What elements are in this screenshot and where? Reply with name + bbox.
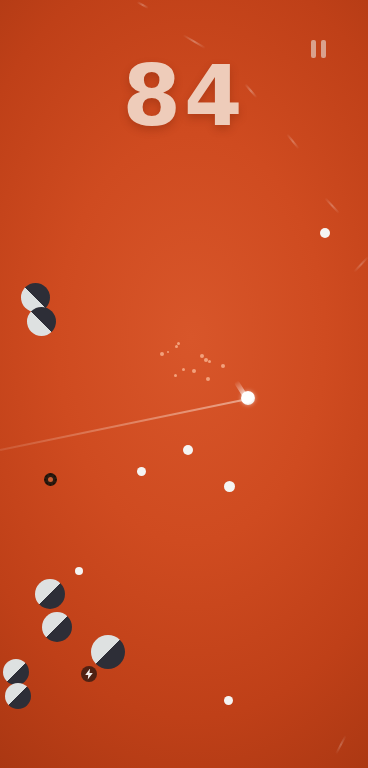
debris-particle <box>182 368 185 371</box>
debris-particle <box>174 374 177 377</box>
debris-particle <box>200 354 204 358</box>
collectible-dot <box>224 696 233 705</box>
half-tone-ball-obstacle <box>91 635 125 669</box>
gear-hub <box>48 477 53 482</box>
player-ball <box>241 391 255 405</box>
debris-particle <box>160 352 164 356</box>
collectible-dot <box>183 445 193 455</box>
pause-bar-left <box>311 40 316 58</box>
debris-particle <box>192 369 196 373</box>
debris-particle <box>208 360 211 363</box>
pause-button[interactable] <box>311 40 326 58</box>
aim-line <box>0 398 248 450</box>
half-tone-ball-obstacle <box>42 612 72 642</box>
debris-particle <box>206 377 210 381</box>
pause-bar-right <box>321 40 326 58</box>
collectible-dot <box>224 481 235 492</box>
meteor-streak <box>353 256 368 272</box>
half-tone-ball-obstacle <box>27 307 56 336</box>
meteor-streak <box>335 735 347 755</box>
half-tone-ball-obstacle <box>5 683 31 709</box>
meteor-streak <box>324 197 339 213</box>
debris-particle <box>175 345 178 348</box>
half-tone-ball-obstacle <box>3 659 29 685</box>
debris-particle <box>177 342 180 345</box>
meteor-streak <box>137 1 149 9</box>
collectible-dot <box>75 567 83 575</box>
lightning-bolt-icon <box>85 669 94 680</box>
debris-particle <box>167 351 169 353</box>
gear-obstacle-icon <box>44 473 57 486</box>
collectible-dot <box>137 467 146 476</box>
half-tone-ball-obstacle <box>35 579 65 609</box>
debris-particle <box>221 364 225 368</box>
collectible-dot <box>320 228 330 238</box>
lightning-powerup <box>81 666 97 682</box>
score-label: 84 <box>0 54 368 138</box>
game-screen: 84 <box>0 0 368 768</box>
